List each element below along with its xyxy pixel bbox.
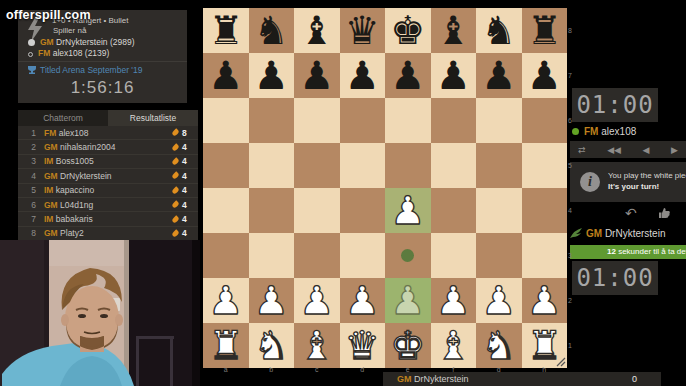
row-player: IM kapaccino xyxy=(44,185,173,195)
piece-white-rook[interactable]: ♜ xyxy=(208,323,243,368)
square-h8[interactable]: ♜ xyxy=(522,8,568,53)
square-h4[interactable] xyxy=(522,188,568,233)
square-d7[interactable]: ♟ xyxy=(340,53,386,98)
thumbs-up-icon[interactable] xyxy=(658,207,671,220)
row-score: 4 xyxy=(182,185,194,195)
current-game-player-bar: GM DrNykterstein 0 xyxy=(383,372,661,386)
square-f7[interactable]: ♟ xyxy=(431,53,477,98)
row-score: 4 xyxy=(182,171,194,181)
row-rank: 2 xyxy=(22,142,36,152)
square-b1[interactable]: ♞ xyxy=(249,323,295,368)
piece-white-pawn[interactable]: ♟ xyxy=(436,278,471,323)
square-a7[interactable]: ♟ xyxy=(203,53,249,98)
row-rank: 5 xyxy=(22,185,36,195)
square-b7[interactable]: ♟ xyxy=(249,53,295,98)
tournament-link[interactable]: Titled Arena September '19 xyxy=(27,65,142,75)
piece-black-queen[interactable]: ♛ xyxy=(345,8,380,53)
row-rank: 1 xyxy=(22,128,36,138)
row-score: 4 xyxy=(182,142,194,152)
piece-black-bishop[interactable]: ♝ xyxy=(299,8,334,53)
piece-white-pawn[interactable]: ♟ xyxy=(254,278,289,323)
piece-white-queen[interactable]: ♛ xyxy=(345,323,380,368)
square-f3[interactable] xyxy=(431,233,477,278)
square-b3[interactable] xyxy=(249,233,295,278)
square-g2[interactable]: ♟ xyxy=(476,278,522,323)
square-c1[interactable]: ♝ xyxy=(294,323,340,368)
takeback-icon[interactable]: ↶ xyxy=(625,205,637,221)
piece-black-pawn[interactable]: ♟ xyxy=(527,53,562,98)
file-label-c: c xyxy=(294,366,340,375)
piece-black-knight[interactable]: ♞ xyxy=(254,8,289,53)
square-e3[interactable] xyxy=(385,233,431,278)
square-e8[interactable]: ♚ xyxy=(385,8,431,53)
square-f2[interactable]: ♟ xyxy=(431,278,477,323)
leaderboard-row[interactable]: 6GM L04d1ng4 xyxy=(18,198,198,212)
square-c3[interactable] xyxy=(294,233,340,278)
player-clock: 01:00 xyxy=(572,261,658,295)
opponent-name: alex108 xyxy=(601,126,636,137)
divider xyxy=(18,61,187,62)
leaderboard-row[interactable]: 1FM alex1088 xyxy=(18,126,198,140)
piece-black-rook[interactable]: ♜ xyxy=(527,8,562,53)
ghost-piece-white-pawn: ♟ xyxy=(390,278,425,323)
legal-move-dot xyxy=(401,249,414,262)
row-rank: 3 xyxy=(22,156,36,166)
streamer-webcam xyxy=(0,240,200,386)
square-h7[interactable]: ♟ xyxy=(522,53,568,98)
first-move-icon[interactable]: ◀◀ xyxy=(607,145,621,155)
file-label-a: a xyxy=(203,366,249,375)
piece-white-pawn[interactable]: ♟ xyxy=(345,278,380,323)
player-rating: (2989) xyxy=(110,37,135,47)
leaderboard-row[interactable]: 5IM kapaccino4 xyxy=(18,184,198,198)
square-f6[interactable] xyxy=(431,98,477,143)
trophy-icon xyxy=(27,65,37,75)
self-name: DrNykterstein xyxy=(605,228,666,239)
row-rank: 6 xyxy=(22,200,36,210)
row-rank: 4 xyxy=(22,171,36,181)
square-a1[interactable]: ♜ xyxy=(203,323,249,368)
first-move-countdown-banner: 12 sekunder til å ta det første trekket xyxy=(570,245,686,259)
row-player: IM Boss1005 xyxy=(44,156,173,166)
file-label-b: b xyxy=(249,366,295,375)
prev-move-icon[interactable]: ◀ xyxy=(643,145,650,155)
bar-player-score: 0 xyxy=(632,372,637,386)
square-a5[interactable] xyxy=(203,143,249,188)
square-a6[interactable] xyxy=(203,98,249,143)
piece-white-pawn[interactable]: ♟ xyxy=(208,278,243,323)
square-e5[interactable] xyxy=(385,143,431,188)
row-score: 8 xyxy=(182,128,194,138)
player-name: alex108 xyxy=(53,48,83,58)
square-f1[interactable]: ♝ xyxy=(431,323,477,368)
piece-black-knight[interactable]: ♞ xyxy=(481,8,516,53)
piece-black-rook[interactable]: ♜ xyxy=(208,8,243,53)
your-turn-text: It's your turn! xyxy=(608,182,659,191)
white-player-row[interactable]: GM DrNykterstein (2989) xyxy=(28,37,135,47)
white-color-icon xyxy=(28,39,35,46)
webcam-video-frame xyxy=(0,240,200,386)
tournament-info-box: 1+0 • Rangert • Bullet Spiller nå GM DrN… xyxy=(18,10,187,103)
row-player: GM DrNykterstein xyxy=(44,171,173,181)
tab-chat[interactable]: Chatterom xyxy=(18,110,108,126)
sidebar-tabs: Chatterom Resultatliste xyxy=(18,110,198,126)
opponent-title: FM xyxy=(584,126,598,137)
square-g6[interactable] xyxy=(476,98,522,143)
info-icon: i xyxy=(580,172,600,192)
square-c4[interactable] xyxy=(294,188,340,233)
square-g1[interactable]: ♞ xyxy=(476,323,522,368)
rank-label-4: 4 xyxy=(568,188,578,233)
side-to-play-text: You play the white pieces xyxy=(608,171,686,180)
leaderboard-row[interactable]: 8GM Platy24 xyxy=(18,227,198,241)
square-b4[interactable] xyxy=(249,188,295,233)
piece-white-pawn[interactable]: ♟ xyxy=(527,278,562,323)
player-title: FM xyxy=(38,48,50,58)
piece-black-pawn[interactable]: ♟ xyxy=(345,53,380,98)
piece-white-knight[interactable]: ♞ xyxy=(481,323,516,368)
square-h5[interactable] xyxy=(522,143,568,188)
opponent-row[interactable]: FM alex108 xyxy=(572,126,636,137)
square-b2[interactable]: ♟ xyxy=(249,278,295,323)
stream-watermark: offerspill.com xyxy=(6,8,91,22)
square-d6[interactable] xyxy=(340,98,386,143)
square-h6[interactable] xyxy=(522,98,568,143)
move-navigation-bar: ⇄◀◀◀▶ xyxy=(570,141,686,158)
row-score: 4 xyxy=(182,214,194,224)
tournament-leaderboard: 1FM alex10882GM nihalsarin200443IM Boss1… xyxy=(18,126,198,241)
square-d8[interactable]: ♛ xyxy=(340,8,386,53)
piece-black-king[interactable]: ♚ xyxy=(390,8,425,53)
leaderboard-row[interactable]: 2GM nihalsarin20044 xyxy=(18,140,198,154)
tournament-clock: 1:56:16 xyxy=(18,78,187,98)
row-player: IM babakaris xyxy=(44,214,173,224)
square-h3[interactable] xyxy=(522,233,568,278)
square-a4[interactable] xyxy=(203,188,249,233)
piece-white-pawn[interactable]: ♟ xyxy=(390,188,425,233)
rank-label-2: 2 xyxy=(568,278,578,323)
rank-label-7: 7 xyxy=(568,53,578,98)
game-status-text: Spiller nå xyxy=(53,26,86,35)
flip-board-icon[interactable]: ⇄ xyxy=(578,145,586,155)
square-c5[interactable] xyxy=(294,143,340,188)
piece-black-pawn[interactable]: ♟ xyxy=(208,53,243,98)
rank-label-5: 5 xyxy=(568,143,578,188)
row-rank: 8 xyxy=(22,228,36,238)
rank-label-8: 8 xyxy=(568,8,578,53)
square-b8[interactable]: ♞ xyxy=(249,8,295,53)
piece-black-pawn[interactable]: ♟ xyxy=(390,53,425,98)
square-d5[interactable] xyxy=(340,143,386,188)
row-player: FM alex108 xyxy=(44,128,173,138)
square-c2[interactable]: ♟ xyxy=(294,278,340,323)
piece-white-bishop[interactable]: ♝ xyxy=(299,323,334,368)
square-c8[interactable]: ♝ xyxy=(294,8,340,53)
black-player-row[interactable]: FM alex108 (2139) xyxy=(28,48,109,58)
square-h2[interactable]: ♟ xyxy=(522,278,568,323)
countdown-text: sekunder til å ta det første trekket xyxy=(616,247,686,256)
piece-black-pawn[interactable]: ♟ xyxy=(436,53,471,98)
square-e7[interactable]: ♟ xyxy=(385,53,431,98)
square-d4[interactable] xyxy=(340,188,386,233)
file-label-d: d xyxy=(340,366,386,375)
row-rank: 7 xyxy=(22,214,36,224)
square-a8[interactable]: ♜ xyxy=(203,8,249,53)
player-row-self[interactable]: GM DrNykterstein xyxy=(570,228,665,239)
piece-white-king[interactable]: ♚ xyxy=(390,323,425,368)
rank-label-3: 3 xyxy=(568,233,578,278)
square-e6[interactable] xyxy=(385,98,431,143)
opponent-clock: 01:00 xyxy=(572,88,658,122)
square-a3[interactable] xyxy=(203,233,249,278)
square-a2[interactable]: ♟ xyxy=(203,278,249,323)
square-g8[interactable]: ♞ xyxy=(476,8,522,53)
square-g4[interactable] xyxy=(476,188,522,233)
piece-white-bishop[interactable]: ♝ xyxy=(436,323,471,368)
square-c7[interactable]: ♟ xyxy=(294,53,340,98)
rank-label-6: 6 xyxy=(568,98,578,143)
bar-player-name: DrNykterstein xyxy=(414,374,469,384)
row-player: GM Platy2 xyxy=(44,228,173,238)
player-rating: (2139) xyxy=(85,48,110,58)
piece-black-pawn[interactable]: ♟ xyxy=(481,53,516,98)
board-resize-grip[interactable] xyxy=(556,357,566,367)
tournament-link-label: Titled Arena September '19 xyxy=(40,65,142,75)
piece-black-pawn[interactable]: ♟ xyxy=(299,53,334,98)
board-rank-coordinates: 87654321 xyxy=(568,8,578,368)
square-f5[interactable] xyxy=(431,143,477,188)
square-e4[interactable]: ♟ xyxy=(385,188,431,233)
chess-board: ♜♞♝♛♚♝♞♜♟♟♟♟♟♟♟♟♟♟♟♟♟♟♟♟♟♜♞♝♛♚♝♞♜ xyxy=(203,8,567,368)
square-b5[interactable] xyxy=(249,143,295,188)
square-f4[interactable] xyxy=(431,188,477,233)
square-d3[interactable] xyxy=(340,233,386,278)
piece-white-pawn[interactable]: ♟ xyxy=(481,278,516,323)
leaderboard-row[interactable]: 4GM DrNykterstein4 xyxy=(18,169,198,183)
row-player: GM L04d1ng xyxy=(44,200,173,210)
square-g3[interactable] xyxy=(476,233,522,278)
turn-info-box: i You play the white pieces It's your tu… xyxy=(570,162,686,202)
piece-white-knight[interactable]: ♞ xyxy=(254,323,289,368)
tab-results[interactable]: Resultatliste xyxy=(108,110,198,126)
piece-black-bishop[interactable]: ♝ xyxy=(436,8,471,53)
black-color-icon xyxy=(28,52,33,57)
game-action-row: ↶ xyxy=(570,205,686,223)
square-d1[interactable]: ♛ xyxy=(340,323,386,368)
row-player: GM nihalsarin2004 xyxy=(44,142,173,152)
piece-white-pawn[interactable]: ♟ xyxy=(299,278,334,323)
leaderboard-row[interactable]: 3IM Boss10054 xyxy=(18,155,198,169)
square-c6[interactable] xyxy=(294,98,340,143)
square-b6[interactable] xyxy=(249,98,295,143)
next-move-icon[interactable]: ▶ xyxy=(671,145,678,155)
square-g5[interactable] xyxy=(476,143,522,188)
row-score: 4 xyxy=(182,200,194,210)
player-name: DrNykterstein xyxy=(56,37,107,47)
piece-black-pawn[interactable]: ♟ xyxy=(254,53,289,98)
self-title: GM xyxy=(586,228,602,239)
square-e1[interactable]: ♚ xyxy=(385,323,431,368)
countdown-seconds: 12 xyxy=(607,247,616,256)
rank-label-1: 1 xyxy=(568,323,578,368)
player-title: GM xyxy=(40,37,54,47)
row-score: 4 xyxy=(182,156,194,166)
row-score: 4 xyxy=(182,228,194,238)
bar-player-title: GM xyxy=(397,374,412,384)
square-g7[interactable]: ♟ xyxy=(476,53,522,98)
square-f8[interactable]: ♝ xyxy=(431,8,477,53)
square-e2[interactable]: ♟ xyxy=(385,278,431,323)
square-d2[interactable]: ♟ xyxy=(340,278,386,323)
leaderboard-row[interactable]: 7IM babakaris4 xyxy=(18,212,198,226)
